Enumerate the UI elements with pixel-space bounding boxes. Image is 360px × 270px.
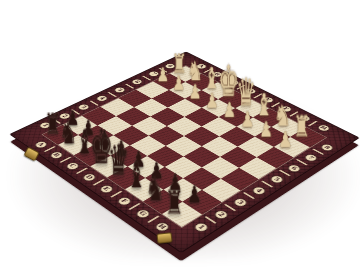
frame-inlay-dash: [52, 118, 61, 124]
rank-label-1-right: 1: [192, 221, 212, 234]
frame-inlay-dash: [308, 121, 318, 127]
file-label-e-far: E: [260, 96, 276, 104]
frame-inlay-dash: [71, 109, 80, 115]
file-label-d-far: D: [242, 87, 258, 95]
file-label-h-far: H: [315, 123, 332, 132]
frame-inlay-dash: [90, 100, 99, 105]
frame-inlay-dash: [142, 76, 151, 81]
frame-inlay-dash: [253, 93, 263, 98]
file-label-d-near: D: [80, 172, 98, 183]
file-label-c-far: C: [226, 79, 241, 87]
frame-inlay-dash: [296, 159, 308, 166]
rank-label-3-right: 3: [231, 196, 250, 208]
rank-label-2-left: 2: [57, 111, 73, 120]
rank-label-4-right: 4: [250, 185, 269, 196]
file-label-b-far: B: [209, 70, 224, 78]
frame-inlay-dash: [271, 102, 281, 107]
board-scene: ♜♞♝♚♛♝♞♜♟♟♟♟♟♟♟♟♟♟♟♟♟♟♟♟♜♞♝♚♛♝♞♜ AABBCCD…: [0, 0, 360, 270]
rank-label-8-right: 8: [319, 142, 336, 152]
rank-label-7-left: 7: [147, 70, 162, 78]
file-label-g-near: G: [133, 208, 152, 220]
rank-label-5-left: 5: [112, 86, 128, 94]
frame-inlay-dash: [59, 157, 71, 163]
frame-inlay-dash: [312, 149, 324, 155]
chess-board: ♜♞♝♚♛♝♞♜♟♟♟♟♟♟♟♟♟♟♟♟♟♟♟♟♜♞♝♚♛♝♞♜ AABBCCD…: [9, 51, 360, 253]
frame-inlay-dash: [128, 203, 140, 210]
frame-inlay-dash: [289, 111, 299, 116]
file-label-b-near: B: [48, 150, 65, 160]
file-label-a-near: A: [32, 140, 49, 150]
file-label-e-near: E: [97, 183, 115, 194]
file-label-a-far: A: [194, 63, 209, 70]
file-label-f-far: F: [278, 105, 294, 114]
frame-inlay-dash: [108, 92, 117, 97]
frame-inlay-dash: [159, 68, 168, 73]
rank-label-8-left: 8: [163, 62, 178, 69]
board-frame-labels: AABBCCDDEEFFGGHH1122334455667788: [9, 51, 360, 253]
rank-label-1-left: 1: [37, 121, 54, 130]
frame-inlay-dash: [44, 146, 56, 152]
file-label-h-near: H: [152, 220, 171, 233]
rank-label-3-left: 3: [76, 103, 92, 112]
brass-clasp-front: [157, 232, 173, 244]
rank-label-6-left: 6: [130, 78, 145, 86]
rank-label-2-right: 2: [212, 208, 231, 220]
frame-inlay-dash: [147, 215, 159, 223]
chess-set-photo: ♜♞♝♚♛♝♞♜♟♟♟♟♟♟♟♟♟♟♟♟♟♟♟♟♜♞♝♚♛♝♞♜ AABBCCD…: [0, 0, 360, 270]
rank-label-5-right: 5: [268, 174, 286, 185]
frame-inlay-dash: [243, 192, 255, 199]
frame-inlay-dash: [125, 84, 134, 89]
rank-label-4-left: 4: [94, 94, 110, 102]
rank-label-7-right: 7: [302, 152, 320, 162]
frame-inlay-dash: [93, 179, 105, 186]
file-label-g-far: G: [296, 114, 313, 123]
frame-inlay-dash: [204, 216, 216, 224]
frame-inlay-dash: [110, 191, 122, 198]
file-label-f-near: F: [115, 195, 134, 207]
frame-inlay-dash: [261, 181, 273, 188]
rank-label-6-right: 6: [286, 163, 304, 174]
file-label-c-near: C: [63, 161, 81, 171]
frame-inlay-dash: [279, 170, 291, 177]
frame-inlay-dash: [224, 204, 236, 212]
frame-inlay-dash: [76, 168, 88, 175]
